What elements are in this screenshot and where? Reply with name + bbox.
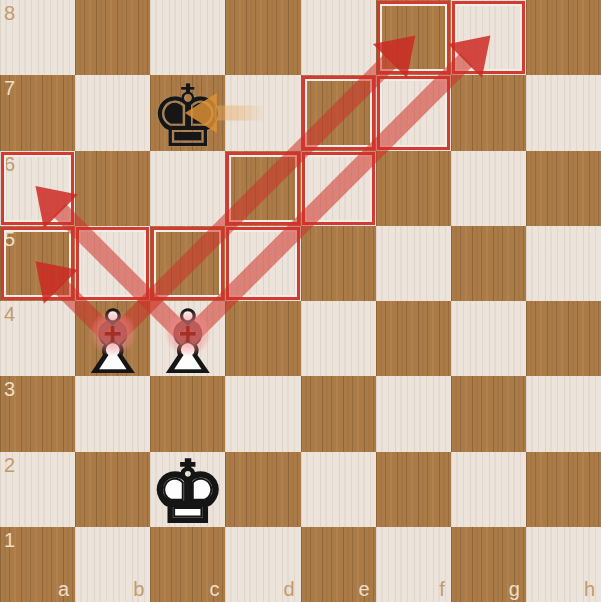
square-g6[interactable] [451,151,526,226]
threat-highlight-d5 [226,227,299,300]
square-h8[interactable] [526,0,601,75]
square-h2[interactable] [526,452,601,527]
square-e7[interactable] [301,75,376,150]
square-c8[interactable] [150,0,225,75]
threat-highlight-d6 [226,152,299,225]
square-e2[interactable] [301,452,376,527]
square-c1[interactable]: c [150,527,225,602]
threat-highlight-b5 [76,227,149,300]
square-b8[interactable] [75,0,150,75]
rank-label-7: 7 [4,78,15,98]
square-b3[interactable] [75,376,150,451]
square-d7[interactable] [225,75,300,150]
square-d6[interactable] [225,151,300,226]
square-c5[interactable] [150,226,225,301]
file-label-d: d [283,579,294,599]
square-e6[interactable] [301,151,376,226]
square-f3[interactable] [376,376,451,451]
chess-app-stage: 87654321abcdefgh♚♝♗♝♗♚♔ ++ [0,0,601,602]
square-b6[interactable] [75,151,150,226]
square-a5[interactable]: 5 [0,226,75,301]
square-b2[interactable] [75,452,150,527]
threat-highlight-g8 [452,1,525,74]
square-a6[interactable]: 6 [0,151,75,226]
square-g2[interactable] [451,452,526,527]
rank-label-3: 3 [4,379,15,399]
rank-label-8: 8 [4,3,15,23]
square-b4[interactable] [75,301,150,376]
square-a8[interactable]: 8 [0,0,75,75]
threat-highlight-a5 [1,227,74,300]
threat-highlight-e6 [302,152,375,225]
square-f7[interactable] [376,75,451,150]
square-g4[interactable] [451,301,526,376]
square-c7[interactable] [150,75,225,150]
square-e8[interactable] [301,0,376,75]
rank-label-6: 6 [4,154,15,174]
square-d3[interactable] [225,376,300,451]
square-d4[interactable] [225,301,300,376]
square-d8[interactable] [225,0,300,75]
square-f8[interactable] [376,0,451,75]
square-b5[interactable] [75,226,150,301]
file-label-f: f [439,579,445,599]
square-g8[interactable] [451,0,526,75]
square-b1[interactable]: b [75,527,150,602]
rank-label-5: 5 [4,229,15,249]
square-g1[interactable]: g [451,527,526,602]
square-f2[interactable] [376,452,451,527]
threat-highlight-a6 [1,152,74,225]
square-h3[interactable] [526,376,601,451]
rank-label-1: 1 [4,530,15,550]
square-g3[interactable] [451,376,526,451]
square-g7[interactable] [451,75,526,150]
threat-highlight-c5 [151,227,224,300]
square-a4[interactable]: 4 [0,301,75,376]
chess-board: 87654321abcdefgh♚♝♗♝♗♚♔ [0,0,601,602]
square-h1[interactable]: h [526,527,601,602]
threat-highlight-f7 [377,76,450,149]
square-d1[interactable]: d [225,527,300,602]
file-label-e: e [359,579,370,599]
rank-label-2: 2 [4,455,15,475]
square-f1[interactable]: f [376,527,451,602]
square-h4[interactable] [526,301,601,376]
square-h5[interactable] [526,226,601,301]
square-f6[interactable] [376,151,451,226]
square-d5[interactable] [225,226,300,301]
square-a7[interactable]: 7 [0,75,75,150]
square-e1[interactable]: e [301,527,376,602]
square-g5[interactable] [451,226,526,301]
file-label-a: a [58,579,69,599]
file-label-b: b [133,579,144,599]
threat-highlight-f8 [377,1,450,74]
file-label-h: h [584,579,595,599]
square-h6[interactable] [526,151,601,226]
square-e5[interactable] [301,226,376,301]
square-a3[interactable]: 3 [0,376,75,451]
square-c6[interactable] [150,151,225,226]
threat-highlight-e7 [302,76,375,149]
rank-label-4: 4 [4,304,15,324]
square-h7[interactable] [526,75,601,150]
square-d2[interactable] [225,452,300,527]
square-a1[interactable]: 1a [0,527,75,602]
square-c4[interactable] [150,301,225,376]
square-e4[interactable] [301,301,376,376]
square-b7[interactable] [75,75,150,150]
square-e3[interactable] [301,376,376,451]
file-label-c: c [209,579,219,599]
square-c3[interactable] [150,376,225,451]
square-f5[interactable] [376,226,451,301]
square-f4[interactable] [376,301,451,376]
square-a2[interactable]: 2 [0,452,75,527]
file-label-g: g [509,579,520,599]
square-c2[interactable] [150,452,225,527]
